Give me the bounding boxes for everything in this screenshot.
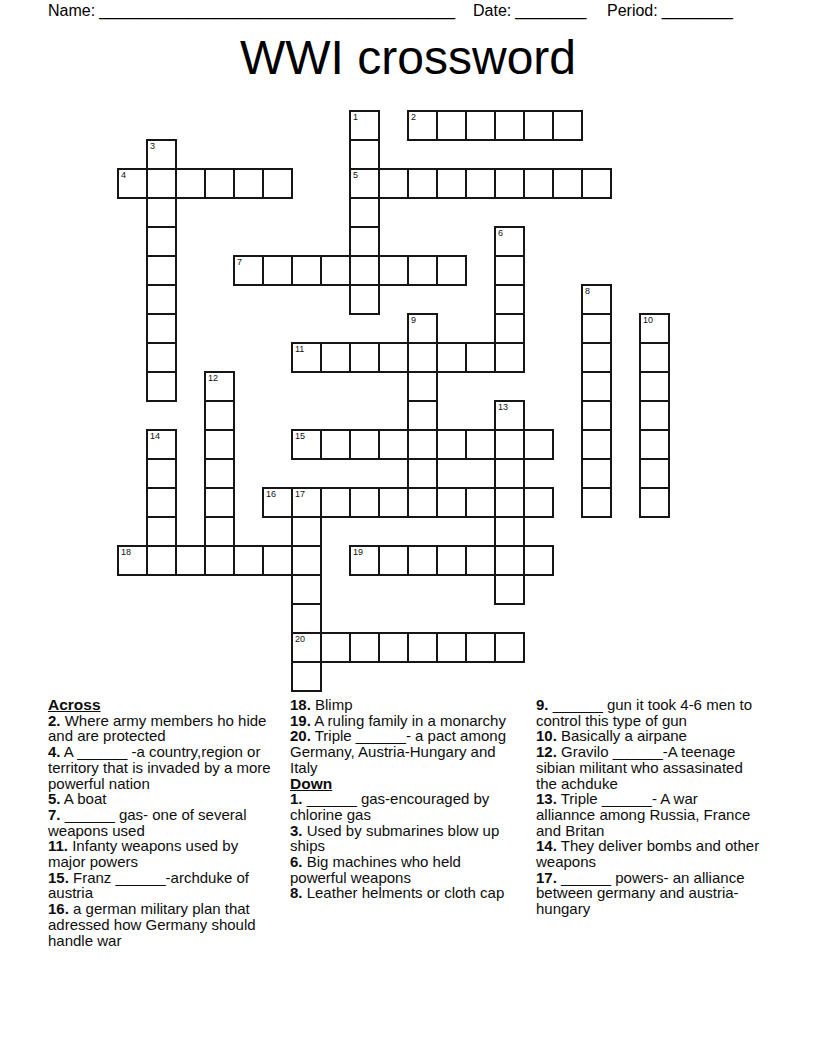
cell-number: 3: [150, 141, 155, 151]
clue-number: 19.: [290, 712, 311, 729]
grid-cell[interactable]: 6: [494, 226, 525, 257]
grid-cell[interactable]: [465, 168, 496, 199]
grid-cell[interactable]: [523, 168, 554, 199]
grid-cell[interactable]: [146, 342, 177, 373]
clue-number: 11.: [48, 837, 68, 854]
grid-cell[interactable]: [407, 255, 438, 286]
name-blank-line[interactable]: ________________________________________: [99, 2, 455, 19]
grid-cell[interactable]: [523, 487, 554, 518]
clue-down-10: 10. Basically a airpane: [536, 728, 760, 744]
clue-down-17: 17. ______ powers- an alliance between g…: [536, 870, 760, 917]
grid-cell[interactable]: [349, 487, 380, 518]
grid-cell[interactable]: [378, 342, 409, 373]
grid-cell[interactable]: [523, 545, 554, 576]
date-label: Date:: [473, 2, 511, 19]
grid-cell[interactable]: 15: [291, 429, 322, 460]
grid-cell[interactable]: [465, 545, 496, 576]
cell-number: 5: [353, 170, 358, 180]
clue-across-2: 2. Where army members ho hide and are pr…: [48, 713, 278, 744]
grid-cell[interactable]: [407, 545, 438, 576]
grid-cell[interactable]: [291, 574, 322, 605]
grid-cell[interactable]: 1: [349, 110, 380, 141]
grid-cell[interactable]: [436, 429, 467, 460]
cell-number: 16: [266, 489, 276, 499]
clue-number: 4.: [48, 743, 61, 760]
grid-cell[interactable]: [204, 168, 235, 199]
grid-cell[interactable]: [146, 226, 177, 257]
grid-cell[interactable]: [552, 168, 583, 199]
clue-down-12: 12. Gravilo ______-A teenage sibian mili…: [536, 744, 760, 791]
grid-cell[interactable]: [581, 371, 612, 402]
grid-cell[interactable]: [407, 400, 438, 431]
grid-cell[interactable]: [407, 342, 438, 373]
grid-cell[interactable]: [436, 632, 467, 663]
grid-cell[interactable]: [204, 516, 235, 547]
cell-number: 4: [121, 170, 126, 180]
grid-cell[interactable]: [233, 168, 264, 199]
grid-cell[interactable]: [204, 487, 235, 518]
grid-cell[interactable]: [291, 661, 322, 692]
grid-cell[interactable]: [436, 342, 467, 373]
crossword-grid: 1234567891011121314151617181920: [117, 110, 670, 692]
grid-cell[interactable]: [581, 458, 612, 489]
grid-cell[interactable]: [494, 574, 525, 605]
grid-cell[interactable]: [465, 632, 496, 663]
cell-number: 2: [411, 112, 416, 122]
grid-cell[interactable]: [465, 487, 496, 518]
cell-number: 12: [208, 373, 218, 383]
grid-cell[interactable]: [320, 255, 351, 286]
grid-cell[interactable]: [204, 429, 235, 460]
grid-cell[interactable]: [204, 545, 235, 576]
grid-cell[interactable]: [320, 487, 351, 518]
grid-cell[interactable]: [494, 313, 525, 344]
grid-cell[interactable]: [523, 429, 554, 460]
grid-cell[interactable]: 20: [291, 632, 322, 663]
grid-cell[interactable]: [349, 284, 380, 315]
cell-number: 1: [353, 112, 358, 122]
grid-cell[interactable]: [407, 487, 438, 518]
cell-number: 13: [498, 402, 508, 412]
grid-cell[interactable]: [291, 545, 322, 576]
grid-cell[interactable]: [494, 284, 525, 315]
grid-cell[interactable]: [146, 284, 177, 315]
grid-cell[interactable]: [233, 545, 264, 576]
clue-across-16: 16. a german military plan that adressed…: [48, 901, 278, 948]
clue-number: 5.: [48, 790, 61, 807]
clue-across-11: 11. Infanty weapons used by major powers: [48, 838, 278, 869]
grid-cell[interactable]: [407, 632, 438, 663]
clue-number: 15.: [48, 869, 69, 886]
clue-number: 3.: [290, 822, 303, 839]
clue-across-4: 4. A ______ -a country,region or territo…: [48, 744, 278, 791]
grid-cell[interactable]: [291, 603, 322, 634]
grid-cell[interactable]: [581, 168, 612, 199]
cell-number: 8: [585, 286, 590, 296]
grid-cell[interactable]: [146, 313, 177, 344]
grid-cell[interactable]: [175, 168, 206, 199]
grid-cell[interactable]: [204, 458, 235, 489]
clue-number: 17.: [536, 869, 557, 886]
clue-across-19: 19. A ruling family in a monarchy: [290, 713, 512, 729]
grid-cell[interactable]: [320, 429, 351, 460]
grid-cell[interactable]: [204, 400, 235, 431]
grid-cell[interactable]: [639, 400, 670, 431]
grid-cell[interactable]: 17: [291, 487, 322, 518]
grid-cell[interactable]: [320, 342, 351, 373]
grid-cell[interactable]: [436, 168, 467, 199]
grid-cell[interactable]: [146, 545, 177, 576]
grid-cell[interactable]: [349, 632, 380, 663]
grid-cell[interactable]: [465, 342, 496, 373]
clue-number: 1.: [290, 790, 303, 807]
grid-cell[interactable]: [349, 226, 380, 257]
grid-cell[interactable]: [146, 255, 177, 286]
cell-number: 19: [353, 547, 363, 557]
grid-cell[interactable]: [581, 400, 612, 431]
grid-cell[interactable]: [494, 255, 525, 286]
date-field: Date:________: [473, 2, 586, 20]
worksheet-page: Name:___________________________________…: [0, 0, 816, 1056]
grid-cell[interactable]: [291, 516, 322, 547]
grid-cell[interactable]: [436, 255, 467, 286]
grid-cell[interactable]: [320, 632, 351, 663]
grid-cell[interactable]: [436, 487, 467, 518]
grid-cell[interactable]: [494, 429, 525, 460]
clue-column-3: 9. ______ gun it took 4-6 men to control…: [536, 697, 760, 917]
grid-cell[interactable]: [262, 255, 293, 286]
clue-number: 7.: [48, 806, 61, 823]
clue-number: 14.: [536, 837, 557, 854]
grid-cell[interactable]: [494, 516, 525, 547]
cell-number: 18: [121, 547, 131, 557]
cell-number: 15: [295, 431, 305, 441]
period-label: Period:: [607, 2, 658, 19]
grid-cell[interactable]: [436, 545, 467, 576]
grid-cell[interactable]: [581, 487, 612, 518]
grid-cell[interactable]: 14: [146, 429, 177, 460]
grid-cell[interactable]: [436, 110, 467, 141]
clue-number: 13.: [536, 790, 557, 807]
clue-number: 20.: [290, 727, 311, 744]
clue-number: 8.: [290, 884, 303, 901]
grid-cell[interactable]: 9: [407, 313, 438, 344]
grid-cell[interactable]: [494, 545, 525, 576]
grid-cell[interactable]: [465, 429, 496, 460]
grid-cell[interactable]: 3: [146, 139, 177, 170]
page-title: WWI crossword: [0, 30, 816, 85]
grid-cell[interactable]: [146, 168, 177, 199]
grid-cell[interactable]: [175, 545, 206, 576]
grid-cell[interactable]: [552, 110, 583, 141]
clue-across-5: 5. A boat: [48, 791, 278, 807]
grid-cell[interactable]: [494, 632, 525, 663]
grid-cell[interactable]: [494, 342, 525, 373]
across-header: Across: [48, 697, 278, 713]
grid-cell[interactable]: [639, 487, 670, 518]
clue-down-1: 1. ______ gas-encouraged by chlorine gas: [290, 791, 512, 822]
clue-down-6: 6. Big machines who held powerful weapon…: [290, 854, 512, 885]
clue-number: 9.: [536, 696, 549, 713]
cell-number: 6: [498, 228, 503, 238]
grid-cell[interactable]: [378, 429, 409, 460]
grid-cell[interactable]: [407, 429, 438, 460]
clue-across-7: 7. ______ gas- one of several weapons us…: [48, 807, 278, 838]
clue-down-9: 9. ______ gun it took 4-6 men to control…: [536, 697, 760, 728]
grid-cell[interactable]: [349, 429, 380, 460]
clue-down-13: 13. Triple ______- A war alliannce among…: [536, 791, 760, 838]
grid-cell[interactable]: [349, 342, 380, 373]
grid-cell[interactable]: 2: [407, 110, 438, 141]
grid-cell[interactable]: [146, 458, 177, 489]
grid-cell[interactable]: 8: [581, 284, 612, 315]
cell-number: 20: [295, 634, 305, 644]
grid-cell[interactable]: [378, 632, 409, 663]
grid-cell[interactable]: 18: [117, 545, 148, 576]
period-field: Period:________: [607, 2, 733, 20]
name-label: Name:: [48, 2, 95, 19]
grid-cell[interactable]: [639, 342, 670, 373]
cell-number: 11: [295, 344, 304, 354]
clue-column-2: 18. Blimp19. A ruling family in a monarc…: [290, 697, 512, 901]
grid-cell[interactable]: [262, 168, 293, 199]
grid-cell[interactable]: [639, 458, 670, 489]
cell-number: 9: [411, 315, 416, 325]
clue-number: 2.: [48, 712, 61, 729]
grid-cell[interactable]: [349, 197, 380, 228]
grid-cell[interactable]: 12: [204, 371, 235, 402]
date-blank-line[interactable]: ________: [515, 2, 586, 19]
cell-number: 7: [237, 257, 242, 267]
grid-cell[interactable]: [349, 139, 380, 170]
grid-cell[interactable]: 10: [639, 313, 670, 344]
grid-cell[interactable]: [378, 255, 409, 286]
grid-cell[interactable]: [407, 371, 438, 402]
clue-across-20: 20. Triple ______- a pact among Germany,…: [290, 728, 512, 775]
grid-cell[interactable]: [494, 458, 525, 489]
clue-down-8: 8. Leather helments or cloth cap: [290, 885, 512, 901]
grid-cell[interactable]: [407, 458, 438, 489]
down-header: Down: [290, 776, 512, 792]
grid-cell[interactable]: [581, 429, 612, 460]
period-blank-line[interactable]: ________: [662, 2, 733, 19]
grid-cell[interactable]: [146, 487, 177, 518]
grid-cell[interactable]: 4: [117, 168, 148, 199]
grid-cell[interactable]: [465, 110, 496, 141]
grid-cell[interactable]: [407, 168, 438, 199]
clue-down-14: 14. They deliver bombs and other weapons: [536, 838, 760, 869]
grid-cell[interactable]: [523, 110, 554, 141]
cell-number: 10: [643, 315, 653, 325]
cell-number: 14: [150, 431, 160, 441]
clue-number: 10.: [536, 727, 557, 744]
clue-across-15: 15. Franz ______-archduke of austria: [48, 870, 278, 901]
clue-column-1: Across2. Where army members ho hide and …: [48, 697, 278, 948]
clue-number: 18.: [290, 696, 311, 713]
clue-number: 16.: [48, 900, 69, 917]
grid-cell[interactable]: [146, 371, 177, 402]
name-field: Name:___________________________________…: [48, 2, 455, 20]
grid-cell[interactable]: [639, 429, 670, 460]
grid-cell[interactable]: [378, 545, 409, 576]
grid-cell[interactable]: 11: [291, 342, 322, 373]
grid-cell[interactable]: [291, 255, 322, 286]
grid-cell[interactable]: 7: [233, 255, 264, 286]
grid-cell[interactable]: [581, 342, 612, 373]
clue-number: 6.: [290, 853, 303, 870]
grid-cell[interactable]: [146, 197, 177, 228]
clue-down-3: 3. Used by submarines blow up ships: [290, 823, 512, 854]
grid-cell[interactable]: 13: [494, 400, 525, 431]
clue-across-18: 18. Blimp: [290, 697, 512, 713]
cell-number: 17: [295, 489, 305, 499]
grid-cell[interactable]: [378, 168, 409, 199]
grid-cell[interactable]: [581, 313, 612, 344]
grid-cell[interactable]: 19: [349, 545, 380, 576]
grid-cell[interactable]: [494, 168, 525, 199]
grid-cell[interactable]: 16: [262, 487, 293, 518]
grid-cell[interactable]: [639, 371, 670, 402]
grid-cell[interactable]: [349, 255, 380, 286]
grid-cell[interactable]: 5: [349, 168, 380, 199]
grid-cell[interactable]: [378, 487, 409, 518]
grid-cell[interactable]: [494, 110, 525, 141]
clue-number: 12.: [536, 743, 557, 760]
grid-cell[interactable]: [262, 545, 293, 576]
grid-cell[interactable]: [146, 516, 177, 547]
grid-cell[interactable]: [494, 487, 525, 518]
